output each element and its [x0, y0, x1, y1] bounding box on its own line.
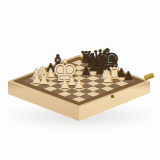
chess-piece-white-p: ♟ — [74, 78, 85, 90]
chess-piece-white-p: ♟ — [59, 78, 70, 90]
chess-piece-dark-p: ♟ — [81, 64, 92, 76]
chess-piece-white-b: ♝ — [35, 67, 53, 87]
product-photo-scene: ♜♞♛♝♚♞♟♝♝♟♟♟♟♟♜♞♞♚♟♟♝♟♟ — [0, 0, 160, 160]
chess-piece-white-n: ♞ — [99, 67, 115, 85]
chess-piece-dark-p: ♟ — [123, 70, 134, 82]
pieces-layer: ♜♞♛♝♚♞♟♝♝♟♟♟♟♟♜♞♞♚♟♟♝♟♟ — [0, 0, 160, 160]
